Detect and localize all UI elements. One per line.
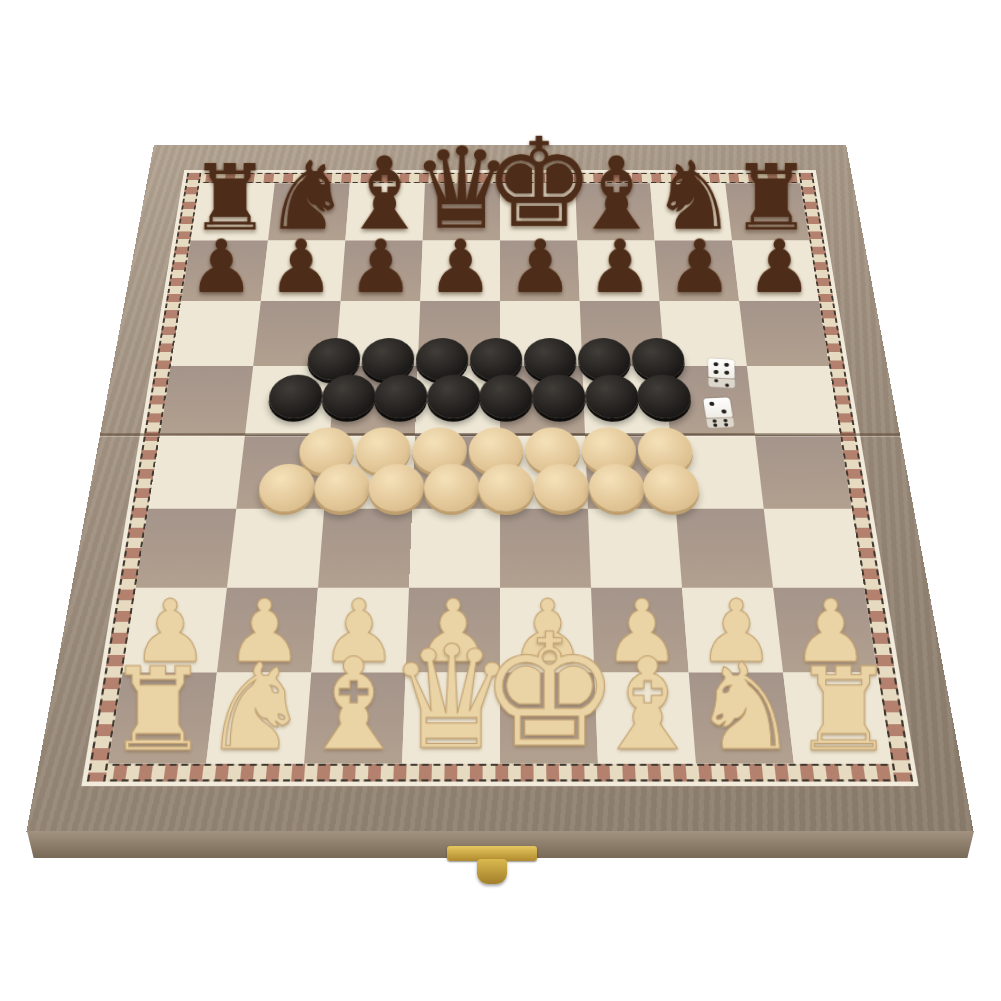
checker-black [415, 338, 468, 380]
square-e6 [500, 301, 582, 366]
square-f1: ♝ [594, 672, 696, 763]
piece-light-bishop: ♝ [590, 647, 704, 764]
checker-black [584, 375, 639, 419]
square-g1: ♞ [689, 672, 794, 763]
piece-dark-pawn: ♟ [507, 234, 573, 301]
checker-light [588, 464, 646, 512]
square-g7: ♟ [655, 240, 740, 301]
chess-board: ♜♞♝♛♚♝♞♜♟♟♟♟♟♟♟♟♟♟♟♟♟♟♟♟♜♞♝♛♚♝♞♜ [26, 145, 973, 833]
die-front-face [708, 378, 735, 388]
checker-light [312, 464, 371, 512]
square-e7: ♟ [500, 240, 580, 301]
checker-light [479, 464, 535, 512]
piece-dark-pawn: ♟ [427, 234, 493, 301]
piece-light-rook: ♜ [105, 658, 208, 764]
square-c7: ♟ [341, 240, 423, 301]
square-e1: ♚ [500, 672, 598, 763]
piece-dark-pawn: ♟ [587, 234, 653, 301]
piece-light-knight: ♞ [691, 653, 798, 763]
checker-black [480, 375, 534, 419]
checker-light [642, 464, 701, 512]
square-f6 [580, 301, 665, 366]
checker-black [426, 375, 480, 419]
brass-clasp-tab [477, 859, 507, 884]
checker-black [524, 338, 577, 380]
board-perspective-wrapper: ♜♞♝♛♚♝♞♜♟♟♟♟♟♟♟♟♟♟♟♟♟♟♟♟♜♞♝♛♚♝♞♜ [100, 35, 900, 835]
die-pip [713, 370, 718, 374]
checker-light [533, 464, 590, 512]
piece-dark-pawn: ♟ [667, 234, 733, 301]
square-g6 [659, 301, 746, 366]
die-pip [712, 419, 716, 422]
square-a6 [171, 301, 261, 366]
square-b1: ♞ [206, 672, 311, 763]
square-h6 [739, 301, 829, 366]
piece-dark-pawn: ♟ [746, 234, 812, 301]
die-front-face [706, 418, 734, 428]
piece-dark-pawn: ♟ [268, 234, 334, 301]
square-d6 [418, 301, 500, 366]
square-h1: ♜ [783, 672, 892, 763]
die-pip [712, 423, 716, 426]
checker-black [306, 338, 361, 380]
piece-light-bishop: ♝ [296, 647, 410, 764]
die-pip [726, 383, 730, 386]
die-pip [714, 379, 718, 382]
square-a1: ♜ [108, 672, 217, 763]
piece-dark-pawn: ♟ [188, 234, 254, 301]
checker-light [257, 464, 317, 512]
checker-light [368, 464, 426, 512]
piece-light-knight: ♞ [201, 653, 308, 763]
square-d7: ♟ [420, 240, 500, 301]
checker-black [532, 375, 586, 419]
square-c6 [335, 301, 420, 366]
square-b7: ♟ [261, 240, 346, 301]
checker-black [361, 338, 415, 380]
piece-light-rook: ♜ [791, 658, 894, 764]
checker-black [577, 338, 631, 380]
square-c1: ♝ [304, 672, 406, 763]
product-photo: ♜♞♝♛♚♝♞♜♟♟♟♟♟♟♟♟♟♟♟♟♟♟♟♟♜♞♝♛♚♝♞♜ [0, 0, 1001, 1001]
checker-black [470, 338, 523, 380]
checker-light [423, 464, 479, 512]
square-f7: ♟ [577, 240, 659, 301]
piece-dark-pawn: ♟ [348, 234, 414, 301]
checker-black [631, 338, 686, 380]
die-pip [721, 409, 727, 413]
die-pip [725, 371, 730, 375]
square-b6 [253, 301, 340, 366]
